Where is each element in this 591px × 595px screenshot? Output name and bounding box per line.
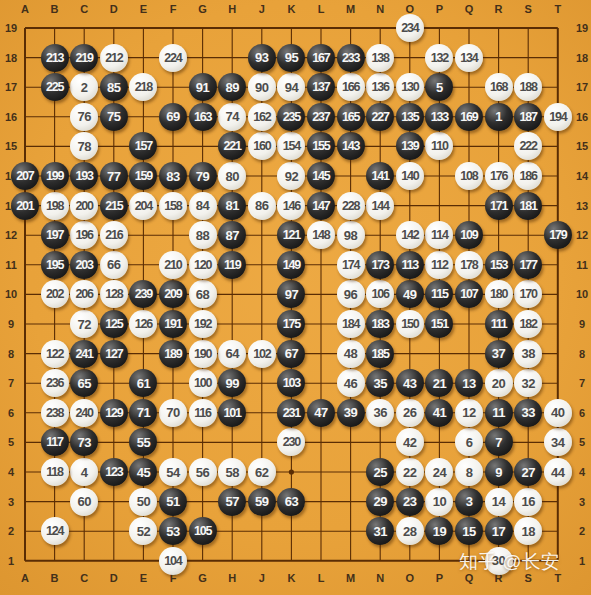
stone-L16: 237 — [307, 103, 335, 131]
stone-K3: 63 — [277, 488, 305, 516]
stone-S8: 38 — [514, 340, 542, 368]
stone-A13: 201 — [11, 192, 39, 220]
watermark: 知乎 @长安 — [459, 549, 560, 575]
stone-L12: 148 — [307, 221, 335, 249]
col-label-bottom: G — [198, 572, 207, 584]
stone-F2: 53 — [159, 517, 187, 545]
stone-D9: 125 — [100, 310, 128, 338]
stone-S3: 16 — [514, 488, 542, 516]
row-label-right: 5 — [579, 436, 585, 448]
stone-T4: 44 — [544, 458, 572, 486]
stone-O5: 42 — [396, 428, 424, 456]
stone-O6: 26 — [396, 399, 424, 427]
stone-M15: 143 — [337, 132, 365, 160]
stone-M17: 166 — [337, 73, 365, 101]
stone-F8: 189 — [159, 340, 187, 368]
stone-Q4: 8 — [455, 458, 483, 486]
stone-G8: 190 — [189, 340, 217, 368]
stone-D6: 129 — [100, 399, 128, 427]
row-label-right: 2 — [579, 525, 585, 537]
stone-R11: 153 — [485, 251, 513, 279]
stone-K18: 95 — [277, 44, 305, 72]
stone-B17: 225 — [41, 73, 69, 101]
row-label-right: 7 — [579, 377, 585, 389]
stone-O9: 150 — [396, 310, 424, 338]
stone-C4: 4 — [70, 458, 98, 486]
col-label-bottom: P — [436, 572, 443, 584]
col-label-top: J — [259, 3, 265, 15]
stone-S4: 27 — [514, 458, 542, 486]
stone-O12: 142 — [396, 221, 424, 249]
stone-N14: 141 — [366, 162, 394, 190]
col-label-top: S — [525, 3, 532, 15]
stone-D11: 66 — [100, 251, 128, 279]
stone-D18: 212 — [100, 44, 128, 72]
row-label-right: 1 — [579, 555, 585, 567]
stone-E3: 50 — [129, 488, 157, 516]
stone-C18: 219 — [70, 44, 98, 72]
stone-P6: 41 — [425, 399, 453, 427]
col-label-top: M — [346, 3, 355, 15]
stone-G12: 88 — [189, 221, 217, 249]
stone-K16: 235 — [277, 103, 305, 131]
col-label-top: G — [198, 3, 207, 15]
stone-M9: 184 — [337, 310, 365, 338]
stone-L18: 167 — [307, 44, 335, 72]
col-label-top: K — [287, 3, 295, 15]
stone-F6: 70 — [159, 399, 187, 427]
stone-R3: 14 — [485, 488, 513, 516]
stone-L13: 147 — [307, 192, 335, 220]
stone-D8: 127 — [100, 340, 128, 368]
stone-B10: 202 — [41, 280, 69, 308]
stone-S6: 33 — [514, 399, 542, 427]
stone-B7: 236 — [41, 369, 69, 397]
stone-F18: 224 — [159, 44, 187, 72]
stone-G7: 100 — [189, 369, 217, 397]
stone-G2: 105 — [189, 517, 217, 545]
row-label-left: 9 — [8, 318, 14, 330]
stone-M18: 233 — [337, 44, 365, 72]
stone-D13: 215 — [100, 192, 128, 220]
stone-R6: 11 — [485, 399, 513, 427]
col-label-bottom: C — [80, 572, 88, 584]
stone-G16: 163 — [189, 103, 217, 131]
stone-B12: 197 — [41, 221, 69, 249]
stone-M11: 174 — [337, 251, 365, 279]
stone-N16: 227 — [366, 103, 394, 131]
stone-G13: 84 — [189, 192, 217, 220]
stone-F11: 210 — [159, 251, 187, 279]
stone-O11: 113 — [396, 251, 424, 279]
row-label-left: 2 — [8, 525, 14, 537]
stone-H4: 58 — [218, 458, 246, 486]
col-label-top: B — [51, 3, 59, 15]
stone-P3: 10 — [425, 488, 453, 516]
col-label-top: D — [110, 3, 118, 15]
col-label-bottom: D — [110, 572, 118, 584]
row-label-left: 15 — [5, 140, 17, 152]
stone-B4: 118 — [41, 458, 69, 486]
stone-M16: 165 — [337, 103, 365, 131]
stone-F14: 83 — [159, 162, 187, 190]
stone-G17: 91 — [189, 73, 217, 101]
col-label-bottom: E — [140, 572, 147, 584]
stone-D14: 77 — [100, 162, 128, 190]
row-label-left: 17 — [5, 81, 17, 93]
stone-M7: 46 — [337, 369, 365, 397]
col-label-bottom: A — [21, 572, 29, 584]
stone-R4: 9 — [485, 458, 513, 486]
stone-Q3: 3 — [455, 488, 483, 516]
stone-O16: 135 — [396, 103, 424, 131]
stone-N4: 25 — [366, 458, 394, 486]
stone-R17: 168 — [485, 73, 513, 101]
stone-D12: 216 — [100, 221, 128, 249]
col-label-top: N — [376, 3, 384, 15]
stone-N8: 185 — [366, 340, 394, 368]
stone-C3: 60 — [70, 488, 98, 516]
stone-Q6: 12 — [455, 399, 483, 427]
stone-P16: 133 — [425, 103, 453, 131]
stone-K6: 231 — [277, 399, 305, 427]
stone-J18: 93 — [248, 44, 276, 72]
stone-C14: 193 — [70, 162, 98, 190]
stone-K13: 146 — [277, 192, 305, 220]
stone-H3: 57 — [218, 488, 246, 516]
stone-C6: 240 — [70, 399, 98, 427]
row-label-right: 12 — [576, 229, 588, 241]
stone-G9: 192 — [189, 310, 217, 338]
stone-B13: 198 — [41, 192, 69, 220]
stone-Q2: 15 — [455, 517, 483, 545]
col-label-bottom: O — [406, 572, 415, 584]
stone-J16: 162 — [248, 103, 276, 131]
stone-S14: 186 — [514, 162, 542, 190]
stone-Q16: 169 — [455, 103, 483, 131]
stone-K8: 67 — [277, 340, 305, 368]
stone-F4: 54 — [159, 458, 187, 486]
row-label-left: 8 — [8, 348, 14, 360]
col-label-top: H — [228, 3, 236, 15]
stone-R7: 20 — [485, 369, 513, 397]
stone-Q18: 134 — [455, 44, 483, 72]
stone-O19: 234 — [396, 14, 424, 42]
stone-M10: 96 — [337, 280, 365, 308]
row-label-left: 7 — [8, 377, 14, 389]
stone-T5: 34 — [544, 428, 572, 456]
row-label-left: 6 — [8, 407, 14, 419]
row-label-left: 18 — [5, 52, 17, 64]
stone-Q11: 178 — [455, 251, 483, 279]
row-label-left: 5 — [8, 436, 14, 448]
stone-L17: 137 — [307, 73, 335, 101]
stone-J15: 160 — [248, 132, 276, 160]
stone-D17: 85 — [100, 73, 128, 101]
stone-B14: 199 — [41, 162, 69, 190]
col-label-top: L — [318, 3, 325, 15]
col-label-bottom: J — [259, 572, 265, 584]
stone-N11: 173 — [366, 251, 394, 279]
row-label-right: 10 — [576, 288, 588, 300]
stone-M6: 39 — [337, 399, 365, 427]
col-label-top: T — [554, 3, 561, 15]
stone-L6: 47 — [307, 399, 335, 427]
stone-H8: 64 — [218, 340, 246, 368]
stone-F9: 191 — [159, 310, 187, 338]
stone-O2: 28 — [396, 517, 424, 545]
col-label-top: Q — [465, 3, 474, 15]
stone-H11: 119 — [218, 251, 246, 279]
row-label-right: 16 — [576, 111, 588, 123]
stone-A14: 207 — [11, 162, 39, 190]
row-label-right: 9 — [579, 318, 585, 330]
stone-S16: 187 — [514, 103, 542, 131]
stone-C16: 76 — [70, 103, 98, 131]
stone-L14: 145 — [307, 162, 335, 190]
row-label-right: 14 — [576, 170, 588, 182]
stone-N6: 36 — [366, 399, 394, 427]
stone-F3: 51 — [159, 488, 187, 516]
stone-J8: 102 — [248, 340, 276, 368]
stone-H14: 80 — [218, 162, 246, 190]
stone-N3: 29 — [366, 488, 394, 516]
col-label-bottom: M — [346, 572, 355, 584]
stone-C13: 200 — [70, 192, 98, 220]
stone-T12: 179 — [544, 221, 572, 249]
row-label-right: 8 — [579, 348, 585, 360]
stone-R14: 176 — [485, 162, 513, 190]
stone-E13: 204 — [129, 192, 157, 220]
stone-N18: 138 — [366, 44, 394, 72]
col-label-bottom: H — [228, 572, 236, 584]
row-label-right: 13 — [576, 200, 588, 212]
stone-R2: 17 — [485, 517, 513, 545]
stone-B11: 195 — [41, 251, 69, 279]
stone-B8: 122 — [41, 340, 69, 368]
stone-O15: 139 — [396, 132, 424, 160]
stone-G11: 120 — [189, 251, 217, 279]
stone-R9: 111 — [485, 310, 513, 338]
row-label-left: 16 — [5, 111, 17, 123]
stone-G14: 79 — [189, 162, 217, 190]
stone-P11: 112 — [425, 251, 453, 279]
stone-M12: 98 — [337, 221, 365, 249]
stone-S11: 177 — [514, 251, 542, 279]
row-label-left: 4 — [8, 466, 14, 478]
go-board-diagram: AABBCCDDEEFFGGHHJJKKLLMMNNOOPPQQRRSSTT19… — [0, 0, 591, 595]
stone-O7: 43 — [396, 369, 424, 397]
stone-B5: 117 — [41, 428, 69, 456]
col-label-bottom: K — [287, 572, 295, 584]
stone-O10: 49 — [396, 280, 424, 308]
stone-J13: 86 — [248, 192, 276, 220]
stone-C8: 241 — [70, 340, 98, 368]
stone-F13: 158 — [159, 192, 187, 220]
col-label-bottom: L — [318, 572, 325, 584]
row-label-left: 10 — [5, 288, 17, 300]
stone-H6: 101 — [218, 399, 246, 427]
stone-O17: 130 — [396, 73, 424, 101]
stone-M8: 48 — [337, 340, 365, 368]
col-label-top: P — [436, 3, 443, 15]
row-label-right: 19 — [576, 22, 588, 34]
row-label-right: 4 — [579, 466, 585, 478]
row-label-right: 15 — [576, 140, 588, 152]
stone-S13: 181 — [514, 192, 542, 220]
stone-K11: 149 — [277, 251, 305, 279]
col-label-bottom: B — [51, 572, 59, 584]
stone-R16: 1 — [485, 103, 513, 131]
stone-Q7: 13 — [455, 369, 483, 397]
stone-P18: 132 — [425, 44, 453, 72]
stone-O4: 22 — [396, 458, 424, 486]
stone-T6: 40 — [544, 399, 572, 427]
row-label-right: 6 — [579, 407, 585, 419]
stone-D16: 75 — [100, 103, 128, 131]
stone-R10: 180 — [485, 280, 513, 308]
stone-N9: 183 — [366, 310, 394, 338]
stone-F1: 104 — [159, 547, 187, 575]
stone-D10: 128 — [100, 280, 128, 308]
stone-B2: 124 — [41, 517, 69, 545]
row-label-left: 1 — [8, 555, 14, 567]
stone-S9: 182 — [514, 310, 542, 338]
stone-N13: 144 — [366, 192, 394, 220]
col-label-top: C — [80, 3, 88, 15]
stone-J4: 62 — [248, 458, 276, 486]
stone-C11: 203 — [70, 251, 98, 279]
row-label-right: 3 — [579, 496, 585, 508]
stone-B18: 213 — [41, 44, 69, 72]
stone-O3: 23 — [396, 488, 424, 516]
row-label-right: 18 — [576, 52, 588, 64]
row-label-right: 11 — [576, 259, 588, 271]
row-label-left: 19 — [5, 22, 17, 34]
row-label-left: 12 — [5, 229, 17, 241]
row-label-right: 17 — [576, 81, 588, 93]
stone-G10: 68 — [189, 280, 217, 308]
stone-H13: 81 — [218, 192, 246, 220]
stone-B6: 238 — [41, 399, 69, 427]
stone-R8: 37 — [485, 340, 513, 368]
col-label-bottom: N — [376, 572, 384, 584]
stone-T16: 194 — [544, 103, 572, 131]
stone-D4: 123 — [100, 458, 128, 486]
stone-R5: 7 — [485, 428, 513, 456]
col-label-top: R — [495, 3, 503, 15]
stone-C9: 72 — [70, 310, 98, 338]
stone-G4: 56 — [189, 458, 217, 486]
stone-J3: 59 — [248, 488, 276, 516]
stone-H16: 74 — [218, 103, 246, 131]
row-label-left: 11 — [5, 259, 17, 271]
col-label-top: A — [21, 3, 29, 15]
stone-G6: 116 — [189, 399, 217, 427]
row-label-left: 3 — [8, 496, 14, 508]
stone-M13: 228 — [337, 192, 365, 220]
col-label-top: F — [170, 3, 177, 15]
stone-O14: 140 — [396, 162, 424, 190]
stone-F16: 69 — [159, 103, 187, 131]
stone-J17: 90 — [248, 73, 276, 101]
stone-R13: 171 — [485, 192, 513, 220]
stone-E6: 71 — [129, 399, 157, 427]
col-label-top: E — [140, 3, 147, 15]
stone-Q14: 108 — [455, 162, 483, 190]
stone-Q12: 109 — [455, 221, 483, 249]
